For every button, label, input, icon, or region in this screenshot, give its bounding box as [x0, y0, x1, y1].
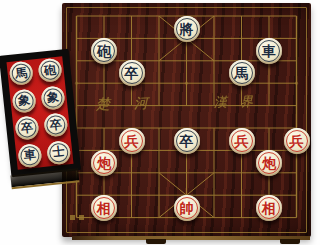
piece-label: 炮 [97, 155, 111, 169]
piece-label: 卒 [180, 133, 194, 147]
piece-red-炮[interactable]: 炮 [256, 150, 282, 176]
board-base-edge [72, 236, 310, 240]
piece-label: 砲 [97, 43, 111, 57]
piece-label: 將 [180, 21, 194, 35]
piece-label: 兵 [125, 133, 139, 147]
piece-layer: 將砲車卒馬卒兵兵兵炮炮相帥相 [63, 0, 311, 219]
piece-black-卒[interactable]: 卒 [14, 116, 39, 141]
piece-label: 兵 [235, 133, 249, 147]
piece-label: 馬 [235, 66, 249, 80]
piece-label: 士 [52, 145, 65, 158]
board-foot-right [280, 239, 300, 244]
piece-label: 馬 [15, 66, 28, 79]
piece-label: 象 [46, 91, 59, 104]
piece-black-車[interactable]: 車 [256, 38, 282, 64]
piece-black-卒[interactable]: 卒 [174, 128, 200, 154]
piece-black-卒[interactable]: 卒 [119, 60, 145, 86]
piece-black-砲[interactable]: 砲 [37, 58, 62, 83]
piece-red-帥[interactable]: 帥 [174, 195, 200, 221]
board-foot-left [146, 239, 166, 244]
piece-label: 卒 [125, 66, 139, 80]
piece-black-馬[interactable]: 馬 [229, 60, 255, 86]
xiangqi-board[interactable]: 楚河 漢界 將砲車卒馬卒兵兵兵炮炮相帥相 [62, 3, 311, 237]
piece-red-相[interactable]: 相 [256, 195, 282, 221]
piece-label: 車 [262, 43, 276, 57]
piece-red-兵[interactable]: 兵 [119, 128, 145, 154]
piece-black-士[interactable]: 士 [46, 140, 71, 165]
piece-black-象[interactable]: 象 [40, 85, 65, 110]
piece-label: 相 [97, 200, 111, 214]
piece-red-炮[interactable]: 炮 [91, 150, 117, 176]
piece-black-將[interactable]: 將 [174, 16, 200, 42]
piece-label: 兵 [290, 133, 304, 147]
piece-black-象[interactable]: 象 [12, 88, 37, 113]
piece-black-砲[interactable]: 砲 [91, 38, 117, 64]
piece-label: 卒 [49, 118, 62, 131]
piece-label: 相 [262, 200, 276, 214]
piece-label: 炮 [262, 155, 276, 169]
piece-label: 砲 [43, 63, 56, 76]
piece-label: 卒 [20, 121, 33, 134]
piece-black-馬[interactable]: 馬 [9, 61, 34, 86]
piece-label: 象 [17, 94, 30, 107]
piece-label: 車 [23, 148, 36, 161]
piece-red-相[interactable]: 相 [91, 195, 117, 221]
piece-red-兵[interactable]: 兵 [284, 128, 310, 154]
piece-label: 帥 [180, 200, 194, 214]
tray-piece-grid: 馬砲象象卒卒車士 [5, 55, 74, 170]
captured-pieces-tray[interactable]: 馬砲象象卒卒車士 [0, 49, 81, 178]
piece-red-兵[interactable]: 兵 [229, 128, 255, 154]
piece-black-卒[interactable]: 卒 [43, 113, 68, 138]
product-photo-xiangqi-set: { "game": "xiangqi", "scene": "wooden xi… [0, 0, 320, 245]
piece-black-車[interactable]: 車 [17, 143, 42, 168]
